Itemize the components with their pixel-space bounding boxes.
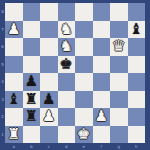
square-a8[interactable] [5,3,23,21]
square-b5[interactable] [23,56,41,74]
black-rook-icon: ♜ [25,108,38,125]
square-f3[interactable] [93,91,111,109]
square-e2[interactable] [75,108,93,126]
square-h2[interactable] [128,108,146,126]
square-a6[interactable] [5,38,23,56]
square-h6[interactable] [128,38,146,56]
white-pawn-icon: ♟ [7,21,20,38]
square-c6[interactable] [40,38,58,56]
file-label-a: a [5,143,23,150]
file-label-c: c [40,143,58,150]
square-c2[interactable]: ♟ [40,108,58,126]
black-bishop-icon: ♝ [130,21,143,38]
square-d3[interactable] [58,91,76,109]
white-knight-icon: ♞ [60,21,73,38]
white-king-icon: ♚ [77,126,90,143]
square-c5[interactable] [40,56,58,74]
square-c4[interactable] [40,73,58,91]
square-b1[interactable] [23,126,41,144]
square-e4[interactable] [75,73,93,91]
file-label-g: g [110,143,128,150]
file-label-d: d [58,143,76,150]
square-b7[interactable] [23,21,41,39]
square-f4[interactable] [93,73,111,91]
square-a1[interactable]: ♜ [5,126,23,144]
white-pawn-icon: ♟ [95,108,108,125]
square-f6[interactable] [93,38,111,56]
square-e1[interactable]: ♚ [75,126,93,144]
square-b2[interactable]: ♜ [23,108,41,126]
square-h1[interactable] [128,126,146,144]
square-e8[interactable] [75,3,93,21]
square-h3[interactable] [128,91,146,109]
square-e3[interactable] [75,91,93,109]
square-c3[interactable]: ♟ [40,91,58,109]
square-e5[interactable] [75,56,93,74]
chess-board: ♟♞♝♞♛♚♟♝♜♟♜♟♟♜♚ [5,3,145,143]
black-rook-icon: ♜ [25,91,38,108]
square-d1[interactable] [58,126,76,144]
white-pawn-icon: ♟ [42,108,55,125]
square-a5[interactable] [5,56,23,74]
file-label-h: h [128,143,146,150]
square-d8[interactable] [58,3,76,21]
square-f5[interactable] [93,56,111,74]
black-bishop-icon: ♝ [7,91,20,108]
square-g8[interactable] [110,3,128,21]
square-b8[interactable] [23,3,41,21]
white-queen-icon: ♛ [112,38,125,55]
square-b6[interactable] [23,38,41,56]
file-labels: abcdefgh [5,143,145,150]
square-f7[interactable] [93,21,111,39]
square-e7[interactable] [75,21,93,39]
file-label-f: f [93,143,111,150]
square-g7[interactable] [110,21,128,39]
black-king-icon: ♚ [60,56,73,73]
square-g4[interactable] [110,73,128,91]
square-b4[interactable]: ♟ [23,73,41,91]
file-label-b: b [23,143,41,150]
white-rook-icon: ♜ [7,126,20,143]
square-g1[interactable] [110,126,128,144]
square-c8[interactable] [40,3,58,21]
white-knight-icon: ♞ [60,38,73,55]
square-h7[interactable]: ♝ [128,21,146,39]
square-d5[interactable]: ♚ [58,56,76,74]
black-pawn-icon: ♟ [42,91,55,108]
square-c1[interactable] [40,126,58,144]
square-e6[interactable] [75,38,93,56]
square-d2[interactable] [58,108,76,126]
square-g3[interactable] [110,91,128,109]
file-label-e: e [75,143,93,150]
square-a2[interactable] [5,108,23,126]
square-f1[interactable] [93,126,111,144]
square-a3[interactable]: ♝ [5,91,23,109]
square-h5[interactable] [128,56,146,74]
chess-board-frame: 87654321 abcdefgh ♟♞♝♞♛♚♟♝♜♟♜♟♟♜♚ [0,0,150,150]
square-a7[interactable]: ♟ [5,21,23,39]
square-g2[interactable] [110,108,128,126]
square-f2[interactable]: ♟ [93,108,111,126]
square-d4[interactable] [58,73,76,91]
square-f8[interactable] [93,3,111,21]
square-g5[interactable] [110,56,128,74]
black-pawn-icon: ♟ [25,73,38,90]
square-g6[interactable]: ♛ [110,38,128,56]
square-d6[interactable]: ♞ [58,38,76,56]
square-c7[interactable] [40,21,58,39]
square-d7[interactable]: ♞ [58,21,76,39]
square-a4[interactable] [5,73,23,91]
square-b3[interactable]: ♜ [23,91,41,109]
square-h8[interactable] [128,3,146,21]
square-h4[interactable] [128,73,146,91]
